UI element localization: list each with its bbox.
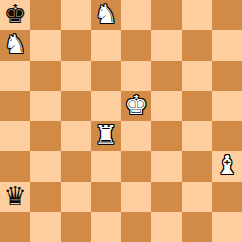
square-b6[interactable]	[30, 61, 60, 91]
square-a2[interactable]: ♛	[0, 182, 30, 212]
square-g7[interactable]	[182, 30, 212, 60]
square-b1[interactable]	[30, 212, 60, 242]
square-d2[interactable]	[91, 182, 121, 212]
square-g2[interactable]	[182, 182, 212, 212]
square-c1[interactable]	[61, 212, 91, 242]
square-b5[interactable]	[30, 91, 60, 121]
square-c2[interactable]	[61, 182, 91, 212]
square-a4[interactable]	[0, 121, 30, 151]
square-h6[interactable]	[212, 61, 242, 91]
square-f3[interactable]	[151, 151, 181, 181]
piece-white-rook[interactable]: ♜	[94, 122, 117, 148]
square-b2[interactable]	[30, 182, 60, 212]
square-d8[interactable]: ♞	[91, 0, 121, 30]
square-g8[interactable]	[182, 0, 212, 30]
square-c7[interactable]	[61, 30, 91, 60]
square-a5[interactable]	[0, 91, 30, 121]
square-f6[interactable]	[151, 61, 181, 91]
square-e7[interactable]	[121, 30, 151, 60]
square-e1[interactable]	[121, 212, 151, 242]
square-g4[interactable]	[182, 121, 212, 151]
square-a8[interactable]: ♚	[0, 0, 30, 30]
square-g3[interactable]	[182, 151, 212, 181]
square-c6[interactable]	[61, 61, 91, 91]
square-e8[interactable]	[121, 0, 151, 30]
chess-board: ♚♞♞♚♜♝♛	[0, 0, 242, 242]
square-h1[interactable]	[212, 212, 242, 242]
square-d4[interactable]: ♜	[91, 121, 121, 151]
square-d7[interactable]	[91, 30, 121, 60]
square-c8[interactable]	[61, 0, 91, 30]
square-e4[interactable]	[121, 121, 151, 151]
square-d6[interactable]	[91, 61, 121, 91]
square-a1[interactable]	[0, 212, 30, 242]
square-d1[interactable]	[91, 212, 121, 242]
square-h7[interactable]	[212, 30, 242, 60]
piece-white-bishop[interactable]: ♝	[215, 152, 238, 178]
square-b8[interactable]	[30, 0, 60, 30]
square-h3[interactable]: ♝	[212, 151, 242, 181]
square-g5[interactable]	[182, 91, 212, 121]
square-f8[interactable]	[151, 0, 181, 30]
square-f2[interactable]	[151, 182, 181, 212]
square-h4[interactable]	[212, 121, 242, 151]
piece-white-king[interactable]: ♚	[124, 92, 147, 118]
square-f4[interactable]	[151, 121, 181, 151]
square-c4[interactable]	[61, 121, 91, 151]
square-e5[interactable]: ♚	[121, 91, 151, 121]
square-f5[interactable]	[151, 91, 181, 121]
piece-black-queen[interactable]: ♛	[3, 183, 26, 209]
square-g6[interactable]	[182, 61, 212, 91]
piece-black-king[interactable]: ♚	[3, 1, 26, 27]
square-b7[interactable]	[30, 30, 60, 60]
square-b4[interactable]	[30, 121, 60, 151]
square-d3[interactable]	[91, 151, 121, 181]
square-e2[interactable]	[121, 182, 151, 212]
square-b3[interactable]	[30, 151, 60, 181]
piece-white-knight[interactable]: ♞	[3, 31, 26, 57]
square-g1[interactable]	[182, 212, 212, 242]
square-c3[interactable]	[61, 151, 91, 181]
square-c5[interactable]	[61, 91, 91, 121]
square-f7[interactable]	[151, 30, 181, 60]
square-h5[interactable]	[212, 91, 242, 121]
square-h8[interactable]	[212, 0, 242, 30]
square-a3[interactable]	[0, 151, 30, 181]
square-a7[interactable]: ♞	[0, 30, 30, 60]
square-e3[interactable]	[121, 151, 151, 181]
square-d5[interactable]	[91, 91, 121, 121]
square-a6[interactable]	[0, 61, 30, 91]
piece-white-knight[interactable]: ♞	[94, 1, 117, 27]
square-e6[interactable]	[121, 61, 151, 91]
square-f1[interactable]	[151, 212, 181, 242]
square-h2[interactable]	[212, 182, 242, 212]
